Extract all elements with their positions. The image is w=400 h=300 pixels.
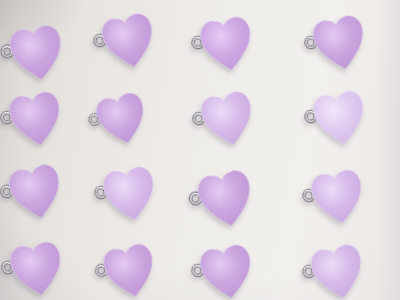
heart-charm-r3c2 [94,156,167,232]
heart-charm-r4c1 [1,231,74,300]
heart-body [198,15,256,74]
heart-charm-r1c1 [0,14,74,91]
heart-body [309,168,367,227]
heart-charm-r4c3 [191,234,264,300]
heart-charm-r2c3 [191,80,265,157]
heart-body [308,242,367,300]
heart-body [6,162,65,223]
heart-body [198,243,256,300]
heart-body [94,90,151,148]
heart-body [8,23,67,84]
heart-body [101,165,159,224]
heart-charm-r2c2 [86,82,158,156]
heart-body [198,89,257,150]
heart-body [101,242,159,300]
heart-body [7,90,65,149]
heart-charm-r3c4 [302,159,375,235]
heart-charm-r3c3 [187,159,264,240]
heart-charm-r1c2 [92,2,166,79]
heart-body [195,168,257,231]
charm-tray-photo [0,0,400,300]
heart-charm-r1c3 [191,6,264,82]
heart-charm-r4c4 [301,233,375,300]
heart-charm-r2c4 [304,80,377,156]
heart-body [311,89,369,148]
heart-charm-r3c1 [0,153,73,230]
heart-body [310,13,369,74]
heart-charm-r2c1 [0,81,72,157]
heart-charm-r1c4 [303,4,377,81]
heart-body [99,11,158,72]
heart-body [8,240,66,299]
heart-charm-r4c2 [94,233,167,300]
